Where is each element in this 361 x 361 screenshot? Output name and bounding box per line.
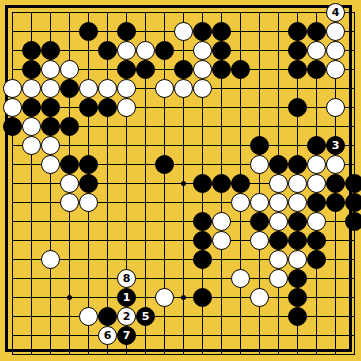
white-stone <box>41 250 60 269</box>
white-stone <box>250 231 269 250</box>
white-stone <box>212 231 231 250</box>
black-stone <box>345 174 361 193</box>
black-stone <box>41 117 60 136</box>
black-stone <box>231 174 250 193</box>
star-point <box>67 295 72 300</box>
white-stone <box>41 79 60 98</box>
white-stone <box>269 193 288 212</box>
white-stone <box>22 79 41 98</box>
white-stone <box>79 307 98 326</box>
white-stone <box>193 79 212 98</box>
black-stone <box>22 98 41 117</box>
black-stone <box>60 79 79 98</box>
white-stone <box>155 288 174 307</box>
black-stone <box>212 174 231 193</box>
move-number-label: 7 <box>123 330 131 341</box>
black-stone <box>212 41 231 60</box>
black-stone <box>79 22 98 41</box>
move-number-label: 2 <box>123 311 131 322</box>
black-stone <box>79 155 98 174</box>
black-stone <box>326 174 345 193</box>
black-stone <box>193 250 212 269</box>
black-stone <box>307 250 326 269</box>
black-stone <box>41 41 60 60</box>
move-number-label: 1 <box>123 292 131 303</box>
white-stone <box>155 79 174 98</box>
white-stone <box>136 41 155 60</box>
white-stone <box>79 79 98 98</box>
white-stone <box>174 22 193 41</box>
black-stone <box>250 136 269 155</box>
black-stone <box>269 231 288 250</box>
move-number-stone: 7 <box>117 326 136 345</box>
black-stone <box>79 98 98 117</box>
black-stone <box>22 60 41 79</box>
black-stone <box>307 60 326 79</box>
move-number-stone: 2 <box>117 307 136 326</box>
black-stone <box>345 212 361 231</box>
white-stone <box>269 250 288 269</box>
black-stone <box>136 60 155 79</box>
move-number-label: 5 <box>142 311 150 322</box>
move-number-stone: 6 <box>98 326 117 345</box>
white-stone <box>269 269 288 288</box>
black-stone <box>155 155 174 174</box>
black-stone <box>288 22 307 41</box>
black-stone <box>231 60 250 79</box>
white-stone <box>326 98 345 117</box>
white-stone <box>307 41 326 60</box>
white-stone <box>326 41 345 60</box>
white-stone <box>269 174 288 193</box>
white-stone <box>326 155 345 174</box>
black-stone <box>98 98 117 117</box>
black-stone <box>212 22 231 41</box>
black-stone <box>41 98 60 117</box>
black-stone <box>307 231 326 250</box>
white-stone <box>212 212 231 231</box>
white-stone <box>231 193 250 212</box>
white-stone <box>41 155 60 174</box>
move-number-stone: 8 <box>117 269 136 288</box>
white-stone <box>231 269 250 288</box>
white-stone <box>307 212 326 231</box>
white-stone <box>288 193 307 212</box>
black-stone <box>60 117 79 136</box>
move-number-label: 3 <box>332 140 340 151</box>
move-number-stone: 1 <box>117 288 136 307</box>
white-stone <box>250 288 269 307</box>
move-number-label: 4 <box>332 7 340 18</box>
black-stone <box>250 212 269 231</box>
move-number-label: 6 <box>104 330 112 341</box>
black-stone <box>212 60 231 79</box>
black-stone <box>288 41 307 60</box>
black-stone <box>269 155 288 174</box>
black-stone <box>117 60 136 79</box>
white-stone <box>250 193 269 212</box>
white-stone <box>60 193 79 212</box>
black-stone <box>326 193 345 212</box>
white-stone <box>3 79 22 98</box>
black-stone <box>288 155 307 174</box>
black-stone <box>98 41 117 60</box>
black-stone <box>288 269 307 288</box>
white-stone <box>174 79 193 98</box>
black-stone <box>60 155 79 174</box>
black-stone <box>193 174 212 193</box>
black-stone <box>288 288 307 307</box>
black-stone <box>345 193 361 212</box>
black-stone <box>307 136 326 155</box>
white-stone <box>41 60 60 79</box>
black-stone <box>3 117 22 136</box>
move-number-label: 8 <box>123 273 131 284</box>
white-stone <box>193 60 212 79</box>
white-stone <box>326 60 345 79</box>
white-stone <box>41 136 60 155</box>
black-stone <box>288 60 307 79</box>
white-stone <box>22 136 41 155</box>
black-stone <box>288 307 307 326</box>
white-stone <box>3 98 22 117</box>
black-stone <box>174 60 193 79</box>
move-number-stone: 3 <box>326 136 345 155</box>
black-stone <box>193 212 212 231</box>
black-stone <box>79 174 98 193</box>
go-board[interactable]: 43812567 <box>0 0 361 361</box>
move-number-stone: 4 <box>326 3 345 22</box>
grid-line-horizontal <box>12 335 355 336</box>
goban-surface[interactable]: 43812567 <box>0 0 361 361</box>
white-stone <box>269 212 288 231</box>
white-stone <box>98 79 117 98</box>
white-stone <box>22 117 41 136</box>
white-stone <box>193 41 212 60</box>
black-stone <box>307 193 326 212</box>
black-stone <box>307 22 326 41</box>
white-stone <box>117 79 136 98</box>
black-stone <box>155 41 174 60</box>
white-stone <box>307 174 326 193</box>
white-stone <box>288 174 307 193</box>
star-point <box>181 181 186 186</box>
white-stone <box>326 22 345 41</box>
white-stone <box>60 174 79 193</box>
star-point <box>181 295 186 300</box>
white-stone <box>60 60 79 79</box>
black-stone <box>288 98 307 117</box>
black-stone <box>22 41 41 60</box>
black-stone <box>193 22 212 41</box>
white-stone <box>79 193 98 212</box>
white-stone <box>117 41 136 60</box>
grid-line-horizontal <box>12 354 355 355</box>
black-stone <box>288 231 307 250</box>
black-stone <box>98 307 117 326</box>
black-stone <box>117 22 136 41</box>
move-number-stone: 5 <box>136 307 155 326</box>
black-stone <box>193 231 212 250</box>
white-stone <box>250 155 269 174</box>
black-stone <box>193 288 212 307</box>
black-stone <box>288 212 307 231</box>
white-stone <box>307 155 326 174</box>
white-stone <box>117 98 136 117</box>
white-stone <box>288 250 307 269</box>
